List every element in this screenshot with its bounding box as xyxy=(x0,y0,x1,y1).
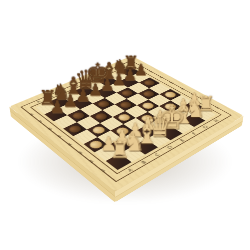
chess-piece-glyph: ♜ xyxy=(104,139,136,163)
chess-piece-glyph: ♟ xyxy=(43,98,71,115)
disc-dark-h6 xyxy=(142,79,156,86)
product-photo-background: AABBCCDDEEFFGGHH1122334455667788 ♜♞♝♛♚♝♞… xyxy=(0,0,250,250)
disc-dark-f6 xyxy=(120,89,135,97)
